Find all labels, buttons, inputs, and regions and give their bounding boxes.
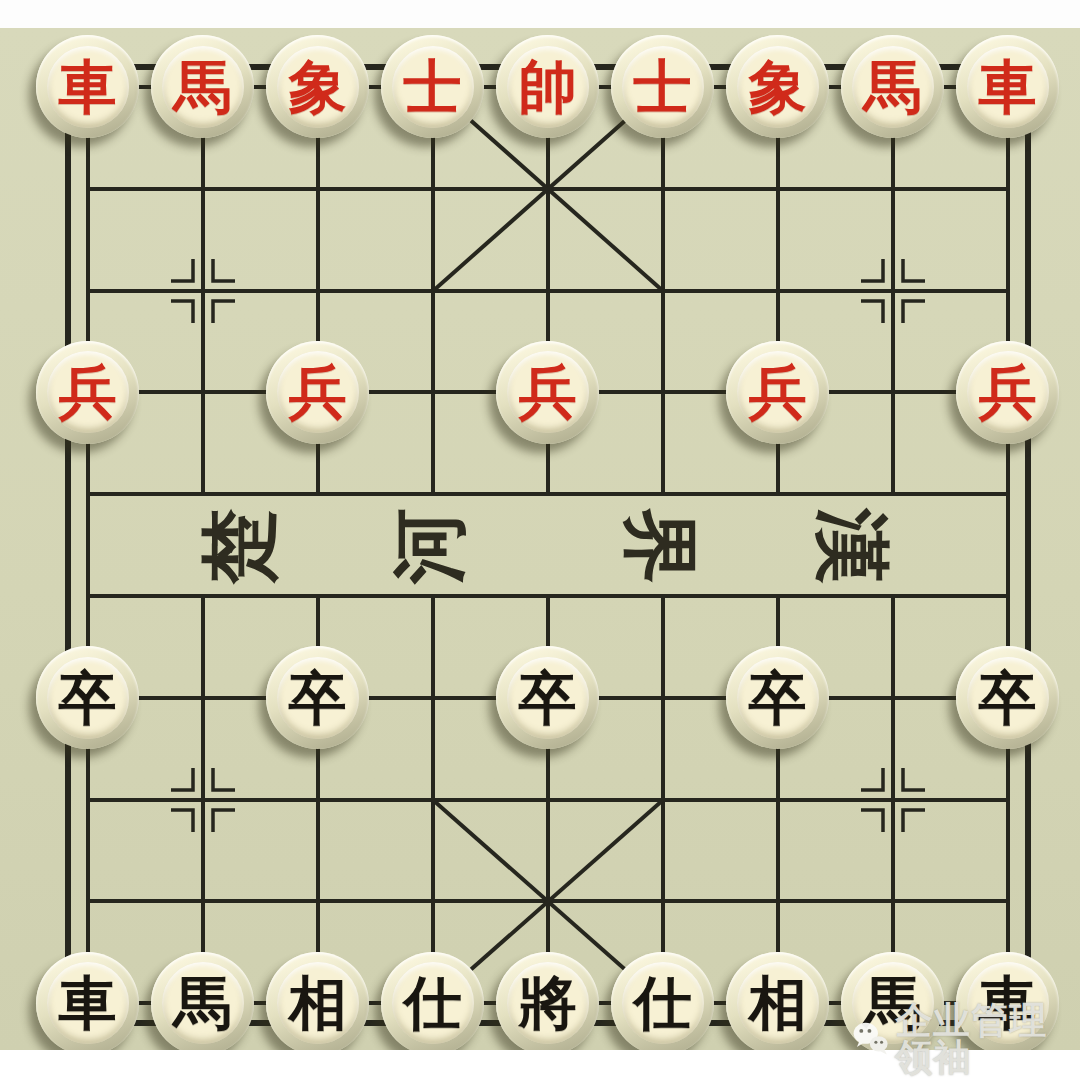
- black-general-glyph: 將: [507, 962, 589, 1044]
- piece-black-general[interactable]: 將: [496, 952, 599, 1055]
- red-soldier-glyph: 兵: [967, 351, 1049, 433]
- piece-red-advisor[interactable]: 士: [381, 35, 484, 138]
- black-soldier-glyph: 卒: [967, 657, 1049, 739]
- piece-red-horse[interactable]: 馬: [151, 35, 254, 138]
- watermark: 企业管理领袖: [852, 1002, 1080, 1076]
- piece-red-chariot[interactable]: 車: [36, 35, 139, 138]
- red-advisor-glyph: 士: [392, 46, 474, 128]
- piece-red-soldier[interactable]: 兵: [266, 341, 369, 444]
- pieces-layer: 車馬象士帥士象馬車兵兵兵兵兵卒卒卒卒卒車馬相仕將仕相馬車: [30, 36, 1065, 1054]
- red-elephant-glyph: 象: [737, 46, 819, 128]
- red-chariot-glyph: 車: [47, 46, 129, 128]
- red-general-glyph: 帥: [507, 46, 589, 128]
- piece-black-soldier[interactable]: 卒: [266, 646, 369, 749]
- watermark-text: 企业管理领袖: [895, 1002, 1080, 1076]
- red-chariot-glyph: 車: [967, 46, 1049, 128]
- piece-red-soldier[interactable]: 兵: [496, 341, 599, 444]
- black-soldier-glyph: 卒: [737, 657, 819, 739]
- piece-black-soldier[interactable]: 卒: [726, 646, 829, 749]
- piece-black-advisor[interactable]: 仕: [381, 952, 484, 1055]
- black-advisor-glyph: 仕: [622, 962, 704, 1044]
- black-chariot-glyph: 車: [47, 962, 129, 1044]
- piece-black-elephant[interactable]: 相: [726, 952, 829, 1055]
- piece-black-elephant[interactable]: 相: [266, 952, 369, 1055]
- red-soldier-glyph: 兵: [737, 351, 819, 433]
- wechat-icon: [852, 1016, 889, 1062]
- red-soldier-glyph: 兵: [277, 351, 359, 433]
- piece-black-soldier[interactable]: 卒: [496, 646, 599, 749]
- red-advisor-glyph: 士: [622, 46, 704, 128]
- piece-red-elephant[interactable]: 象: [266, 35, 369, 138]
- piece-black-advisor[interactable]: 仕: [611, 952, 714, 1055]
- piece-red-elephant[interactable]: 象: [726, 35, 829, 138]
- black-elephant-glyph: 相: [737, 962, 819, 1044]
- red-horse-glyph: 馬: [852, 46, 934, 128]
- top-white-strip: [0, 0, 1080, 28]
- black-elephant-glyph: 相: [277, 962, 359, 1044]
- red-horse-glyph: 馬: [162, 46, 244, 128]
- piece-black-chariot[interactable]: 車: [36, 952, 139, 1055]
- red-elephant-glyph: 象: [277, 46, 359, 128]
- black-soldier-glyph: 卒: [47, 657, 129, 739]
- piece-red-general[interactable]: 帥: [496, 35, 599, 138]
- piece-red-soldier[interactable]: 兵: [726, 341, 829, 444]
- piece-red-soldier[interactable]: 兵: [36, 341, 139, 444]
- piece-black-soldier[interactable]: 卒: [36, 646, 139, 749]
- black-horse-glyph: 馬: [162, 962, 244, 1044]
- red-soldier-glyph: 兵: [47, 351, 129, 433]
- red-soldier-glyph: 兵: [507, 351, 589, 433]
- black-soldier-glyph: 卒: [507, 657, 589, 739]
- piece-red-advisor[interactable]: 士: [611, 35, 714, 138]
- piece-red-horse[interactable]: 馬: [841, 35, 944, 138]
- piece-red-chariot[interactable]: 車: [956, 35, 1059, 138]
- piece-black-soldier[interactable]: 卒: [956, 646, 1059, 749]
- black-soldier-glyph: 卒: [277, 657, 359, 739]
- piece-black-horse[interactable]: 馬: [151, 952, 254, 1055]
- piece-red-soldier[interactable]: 兵: [956, 341, 1059, 444]
- xiangqi-screenshot: 車馬象士帥士象馬車兵兵兵兵兵卒卒卒卒卒車馬相仕將仕相馬車 楚河界漢 企业管理领袖: [0, 0, 1080, 1080]
- black-advisor-glyph: 仕: [392, 962, 474, 1044]
